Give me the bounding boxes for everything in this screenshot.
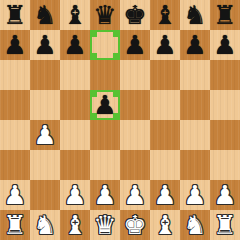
square-a1[interactable]: ♜	[0, 210, 30, 240]
square-a8[interactable]: ♜	[0, 0, 30, 30]
square-b7[interactable]: ♟	[30, 30, 60, 60]
black-pawn-a7[interactable]: ♟	[3, 30, 26, 60]
square-h1[interactable]: ♜	[210, 210, 240, 240]
white-knight-b1[interactable]: ♞	[33, 210, 56, 240]
black-queen-d8[interactable]: ♛	[93, 0, 116, 30]
square-d5[interactable]: ♟	[90, 90, 120, 120]
square-g6[interactable]	[180, 60, 210, 90]
black-knight-b8[interactable]: ♞	[33, 0, 56, 30]
black-king-e8[interactable]: ♚	[123, 0, 146, 30]
black-pawn-b7[interactable]: ♟	[33, 30, 56, 60]
square-a6[interactable]	[0, 60, 30, 90]
square-h3[interactable]	[210, 150, 240, 180]
highlight-corner	[113, 30, 120, 37]
square-h6[interactable]	[210, 60, 240, 90]
square-d7[interactable]	[90, 30, 120, 60]
highlight-corner	[113, 53, 120, 60]
square-c2[interactable]: ♟	[60, 180, 90, 210]
square-d8[interactable]: ♛	[90, 0, 120, 30]
black-rook-h8[interactable]: ♜	[213, 0, 236, 30]
highlight-corner	[90, 53, 97, 60]
square-d6[interactable]	[90, 60, 120, 90]
white-king-e1[interactable]: ♚	[123, 210, 146, 240]
square-g8[interactable]: ♞	[180, 0, 210, 30]
square-b1[interactable]: ♞	[30, 210, 60, 240]
square-h8[interactable]: ♜	[210, 0, 240, 30]
square-b3[interactable]	[30, 150, 60, 180]
square-e4[interactable]	[120, 120, 150, 150]
white-pawn-g2[interactable]: ♟	[183, 180, 206, 210]
white-pawn-b4[interactable]: ♟	[33, 120, 56, 150]
white-pawn-a2[interactable]: ♟	[3, 180, 26, 210]
square-c4[interactable]	[60, 120, 90, 150]
square-e2[interactable]: ♟	[120, 180, 150, 210]
white-pawn-e2[interactable]: ♟	[123, 180, 146, 210]
white-pawn-c2[interactable]: ♟	[63, 180, 86, 210]
square-c6[interactable]	[60, 60, 90, 90]
square-f6[interactable]	[150, 60, 180, 90]
square-e1[interactable]: ♚	[120, 210, 150, 240]
square-e5[interactable]	[120, 90, 150, 120]
black-pawn-d5[interactable]: ♟	[93, 90, 116, 120]
square-h5[interactable]	[210, 90, 240, 120]
square-e3[interactable]	[120, 150, 150, 180]
black-pawn-g7[interactable]: ♟	[183, 30, 206, 60]
black-knight-g8[interactable]: ♞	[183, 0, 206, 30]
square-g1[interactable]: ♞	[180, 210, 210, 240]
square-d3[interactable]	[90, 150, 120, 180]
square-f8[interactable]: ♝	[150, 0, 180, 30]
square-f7[interactable]: ♟	[150, 30, 180, 60]
square-c5[interactable]	[60, 90, 90, 120]
black-rook-a8[interactable]: ♜	[3, 0, 26, 30]
square-g5[interactable]	[180, 90, 210, 120]
black-pawn-e7[interactable]: ♟	[123, 30, 146, 60]
square-h2[interactable]: ♟	[210, 180, 240, 210]
white-rook-h1[interactable]: ♜	[213, 210, 236, 240]
square-a5[interactable]	[0, 90, 30, 120]
white-pawn-d2[interactable]: ♟	[93, 180, 116, 210]
white-queen-d1[interactable]: ♛	[93, 210, 116, 240]
square-c1[interactable]: ♝	[60, 210, 90, 240]
square-g2[interactable]: ♟	[180, 180, 210, 210]
last-move-highlight-d7	[90, 30, 120, 60]
black-pawn-h7[interactable]: ♟	[213, 30, 236, 60]
square-d4[interactable]	[90, 120, 120, 150]
square-h7[interactable]: ♟	[210, 30, 240, 60]
black-bishop-f8[interactable]: ♝	[153, 0, 176, 30]
square-g7[interactable]: ♟	[180, 30, 210, 60]
square-h4[interactable]	[210, 120, 240, 150]
square-f3[interactable]	[150, 150, 180, 180]
square-a7[interactable]: ♟	[0, 30, 30, 60]
square-e6[interactable]	[120, 60, 150, 90]
square-b6[interactable]	[30, 60, 60, 90]
square-d1[interactable]: ♛	[90, 210, 120, 240]
black-pawn-f7[interactable]: ♟	[153, 30, 176, 60]
white-bishop-f1[interactable]: ♝	[153, 210, 176, 240]
square-b5[interactable]	[30, 90, 60, 120]
square-a4[interactable]	[0, 120, 30, 150]
white-knight-g1[interactable]: ♞	[183, 210, 206, 240]
square-f4[interactable]	[150, 120, 180, 150]
square-a2[interactable]: ♟	[0, 180, 30, 210]
square-c7[interactable]: ♟	[60, 30, 90, 60]
square-c3[interactable]	[60, 150, 90, 180]
black-bishop-c8[interactable]: ♝	[63, 0, 86, 30]
white-bishop-c1[interactable]: ♝	[63, 210, 86, 240]
black-pawn-c7[interactable]: ♟	[63, 30, 86, 60]
square-b4[interactable]: ♟	[30, 120, 60, 150]
highlight-corner	[90, 30, 97, 37]
square-g4[interactable]	[180, 120, 210, 150]
square-e7[interactable]: ♟	[120, 30, 150, 60]
white-pawn-h2[interactable]: ♟	[213, 180, 236, 210]
square-f5[interactable]	[150, 90, 180, 120]
square-d2[interactable]: ♟	[90, 180, 120, 210]
square-g3[interactable]	[180, 150, 210, 180]
square-c8[interactable]: ♝	[60, 0, 90, 30]
white-rook-a1[interactable]: ♜	[3, 210, 26, 240]
square-e8[interactable]: ♚	[120, 0, 150, 30]
board-wrapper: ♜♞♝♛♚♝♞♜♟♟♟♟♟♟♟♟♟♟♟♟♟♟♟♟♜♞♝♛♚♝♞♜	[0, 0, 240, 240]
square-f2[interactable]: ♟	[150, 180, 180, 210]
chess-board[interactable]: ♜♞♝♛♚♝♞♜♟♟♟♟♟♟♟♟♟♟♟♟♟♟♟♟♜♞♝♛♚♝♞♜	[0, 0, 240, 240]
square-a3[interactable]	[0, 150, 30, 180]
square-b2[interactable]	[30, 180, 60, 210]
white-pawn-f2[interactable]: ♟	[153, 180, 176, 210]
square-f1[interactable]: ♝	[150, 210, 180, 240]
square-b8[interactable]: ♞	[30, 0, 60, 30]
